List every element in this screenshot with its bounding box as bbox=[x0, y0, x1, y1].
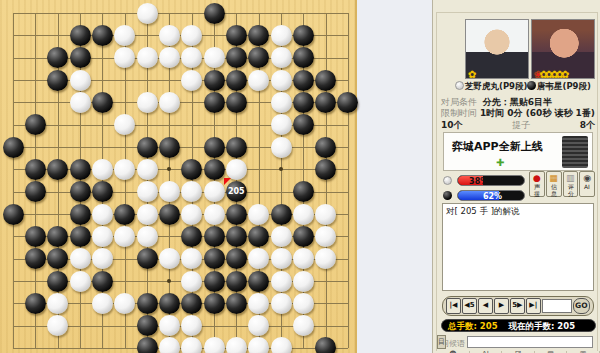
black-stone bbox=[293, 114, 314, 135]
black-stone bbox=[181, 293, 202, 314]
flower-gift-icons: ✿ bbox=[468, 69, 473, 80]
commentary-text: 对[ 205 手 ]的解说 bbox=[446, 206, 519, 216]
black-stone bbox=[159, 293, 180, 314]
black-stone bbox=[25, 181, 46, 202]
black-stone bbox=[137, 337, 158, 353]
grid-line bbox=[13, 13, 14, 348]
black-stone bbox=[248, 47, 269, 68]
black-stone bbox=[226, 137, 247, 158]
black-stone bbox=[92, 25, 113, 46]
white-stone bbox=[181, 248, 202, 269]
white-stone bbox=[293, 248, 314, 269]
white-stone bbox=[181, 337, 202, 353]
black-stone bbox=[226, 204, 247, 225]
black-stone bbox=[315, 337, 336, 353]
white-stone bbox=[271, 137, 292, 158]
black-stone bbox=[181, 159, 202, 180]
black-stone bbox=[293, 181, 314, 202]
go-board[interactable]: 205 bbox=[0, 0, 357, 353]
black-stone bbox=[248, 226, 269, 247]
captured-stones-row: 10个 提子 8个 bbox=[441, 119, 595, 132]
move-navigation-bar: |◀◀5◀▶5▶▶|GO bbox=[442, 296, 594, 316]
black-stone bbox=[315, 70, 336, 91]
white-stone bbox=[159, 248, 180, 269]
white-stone bbox=[181, 70, 202, 91]
winrate-bars: 38% 62% bbox=[443, 174, 529, 204]
board-area: 205 bbox=[0, 0, 432, 353]
nav-5▶[interactable]: 5▶ bbox=[510, 298, 525, 314]
go-button[interactable]: GO bbox=[573, 298, 590, 314]
white-stone bbox=[204, 47, 225, 68]
white-stone bbox=[204, 204, 225, 225]
black-stone bbox=[70, 25, 91, 46]
white-stone bbox=[271, 70, 292, 91]
white-stone bbox=[159, 92, 180, 113]
move-number-label: 205 bbox=[226, 181, 247, 202]
player-names: 芝野虎丸(P9段) 唐韦星(P9段) bbox=[443, 81, 593, 93]
android-icon[interactable]: ✚ bbox=[496, 157, 504, 168]
white-stone bbox=[181, 47, 202, 68]
black-stone bbox=[248, 271, 269, 292]
greeting-row: 问候语 bbox=[441, 336, 595, 349]
black-stone bbox=[70, 47, 91, 68]
white-stone bbox=[137, 92, 158, 113]
banner-text: 弈城APP全新上线 bbox=[452, 139, 543, 154]
app-ad-banner[interactable]: 弈城APP全新上线 ✚ bbox=[443, 132, 593, 171]
nav-▶[interactable]: ▶ bbox=[494, 298, 509, 314]
black-stone bbox=[204, 226, 225, 247]
panel-frame: ✿ ❀✿✿✿✿✿ 芝野虎丸(P9段) 唐韦星(P9段) 对局条件 分先：黑贴6目… bbox=[436, 12, 598, 351]
white-stone bbox=[271, 92, 292, 113]
white-stone bbox=[47, 315, 68, 336]
black-stone bbox=[293, 226, 314, 247]
black-stone bbox=[25, 293, 46, 314]
black-stone bbox=[226, 271, 247, 292]
white-stone bbox=[293, 293, 314, 314]
app-window: 205 ✿ ❀✿✿✿✿✿ 芝野虎丸(P9段) 唐韦星(P9段) bbox=[0, 0, 600, 353]
black-stone bbox=[70, 226, 91, 247]
commentary-box[interactable]: 对[ 205 手 ]的解说 bbox=[442, 203, 594, 291]
black-stone bbox=[204, 92, 225, 113]
black-stone bbox=[70, 204, 91, 225]
button-信息[interactable]: ▦信息 bbox=[546, 171, 562, 197]
store-icons: ✚ bbox=[496, 157, 504, 168]
black-stone bbox=[204, 271, 225, 292]
black-captures: 8个 bbox=[580, 119, 595, 132]
black-stone bbox=[92, 271, 113, 292]
phone-qr-icon bbox=[562, 136, 588, 168]
white-stone bbox=[271, 47, 292, 68]
white-stone bbox=[159, 315, 180, 336]
nav-▶|[interactable]: ▶| bbox=[526, 298, 541, 314]
black-stone bbox=[137, 315, 158, 336]
move-counter-bar: 总手数: 205 现在的手数: 205 bbox=[441, 319, 596, 332]
action-buttons: ●声援▦信息▥评分◉AI bbox=[529, 171, 595, 197]
black-stone bbox=[204, 159, 225, 180]
black-stone bbox=[204, 293, 225, 314]
white-stone-icon bbox=[455, 81, 464, 90]
black-stone bbox=[70, 181, 91, 202]
black-stone bbox=[226, 47, 247, 68]
white-stone bbox=[137, 3, 158, 24]
white-stone bbox=[114, 25, 135, 46]
white-stone bbox=[271, 293, 292, 314]
white-stone bbox=[92, 248, 113, 269]
black-stone bbox=[226, 70, 247, 91]
black-stone bbox=[204, 137, 225, 158]
black-stone-icon bbox=[443, 191, 452, 200]
black-stone bbox=[47, 226, 68, 247]
white-stone bbox=[70, 271, 91, 292]
white-captures: 10个 bbox=[441, 119, 463, 132]
black-stone bbox=[47, 248, 68, 269]
black-stone bbox=[92, 92, 113, 113]
black-stone bbox=[92, 181, 113, 202]
white-stone bbox=[181, 271, 202, 292]
white-stone bbox=[114, 47, 135, 68]
grid-line bbox=[326, 13, 327, 348]
black-stone bbox=[25, 114, 46, 135]
player-photos: ✿ ❀✿✿✿✿✿ bbox=[443, 19, 591, 79]
black-stone bbox=[293, 25, 314, 46]
white-stone bbox=[271, 226, 292, 247]
black-stone bbox=[293, 47, 314, 68]
black-stone bbox=[159, 204, 180, 225]
white-stone bbox=[248, 204, 269, 225]
grid-line bbox=[13, 13, 348, 14]
white-stone bbox=[159, 47, 180, 68]
white-stone bbox=[137, 204, 158, 225]
white-stone bbox=[137, 47, 158, 68]
black-stone bbox=[315, 137, 336, 158]
信息-icon: ▦ bbox=[547, 173, 561, 183]
white-stone bbox=[248, 337, 269, 353]
black-player-name: 唐韦星(P9段) bbox=[527, 81, 591, 93]
black-stone bbox=[25, 248, 46, 269]
flower-gift-icons: ❀✿✿✿✿✿ bbox=[534, 69, 566, 80]
white-player-photo: ✿ bbox=[465, 19, 529, 79]
white-stone bbox=[114, 114, 135, 135]
white-stone bbox=[248, 70, 269, 91]
white-stone bbox=[70, 248, 91, 269]
white-stone bbox=[271, 114, 292, 135]
white-stone bbox=[226, 159, 247, 180]
star-point bbox=[167, 279, 171, 283]
white-stone bbox=[248, 293, 269, 314]
black-stone bbox=[25, 226, 46, 247]
white-stone bbox=[226, 337, 247, 353]
评分-icon: ▥ bbox=[564, 173, 578, 183]
white-stone bbox=[204, 337, 225, 353]
white-stone bbox=[315, 204, 336, 225]
black-stone bbox=[159, 137, 180, 158]
black-stone bbox=[226, 226, 247, 247]
grid-line bbox=[13, 147, 348, 148]
white-stone-icon bbox=[443, 176, 452, 185]
current-move: 现在的手数: 205 bbox=[508, 321, 575, 331]
white-stone bbox=[181, 181, 202, 202]
captures-label: 提子 bbox=[512, 119, 530, 132]
white-stone bbox=[181, 204, 202, 225]
white-stone bbox=[248, 248, 269, 269]
black-stone bbox=[315, 159, 336, 180]
black-stone bbox=[3, 137, 24, 158]
white-stone bbox=[293, 271, 314, 292]
white-stone bbox=[159, 181, 180, 202]
black-stone bbox=[137, 137, 158, 158]
side-panel: ✿ ❀✿✿✿✿✿ 芝野虎丸(P9段) 唐韦星(P9段) 对局条件 分先：黑贴6目… bbox=[432, 0, 600, 353]
white-stone bbox=[204, 181, 225, 202]
white-stone bbox=[248, 315, 269, 336]
black-stone bbox=[204, 248, 225, 269]
white-stone bbox=[137, 226, 158, 247]
white-winrate-bar: 38% bbox=[443, 174, 529, 187]
black-stone bbox=[226, 293, 247, 314]
black-stone bbox=[226, 25, 247, 46]
white-stone bbox=[137, 159, 158, 180]
black-stone bbox=[47, 271, 68, 292]
white-stone bbox=[92, 226, 113, 247]
black-stone bbox=[137, 293, 158, 314]
white-stone bbox=[181, 25, 202, 46]
white-stone bbox=[271, 25, 292, 46]
white-stone bbox=[159, 25, 180, 46]
white-stone bbox=[293, 204, 314, 225]
white-stone bbox=[70, 70, 91, 91]
black-stone bbox=[271, 204, 292, 225]
black-stone bbox=[70, 159, 91, 180]
white-stone bbox=[92, 204, 113, 225]
white-player-name: 芝野虎丸(P9段) bbox=[455, 81, 527, 93]
collapse-tab[interactable]: 目 bbox=[437, 335, 446, 349]
black-stone bbox=[181, 226, 202, 247]
black-stone bbox=[114, 204, 135, 225]
nav-◀5[interactable]: ◀5 bbox=[462, 298, 477, 314]
white-stone bbox=[271, 271, 292, 292]
star-point bbox=[279, 167, 283, 171]
black-stone bbox=[204, 3, 225, 24]
black-stone bbox=[25, 159, 46, 180]
AI-icon: ◉ bbox=[580, 173, 594, 183]
black-player-photo: ❀✿✿✿✿✿ bbox=[531, 19, 595, 79]
black-stone bbox=[47, 159, 68, 180]
white-stone bbox=[92, 293, 113, 314]
声援-icon: ● bbox=[530, 173, 544, 183]
white-stone bbox=[293, 315, 314, 336]
white-stone bbox=[114, 159, 135, 180]
black-stone bbox=[315, 92, 336, 113]
black-stone-icon bbox=[527, 81, 536, 90]
black-stone bbox=[293, 70, 314, 91]
button-声援[interactable]: ●声援 bbox=[529, 171, 545, 197]
white-stone bbox=[315, 226, 336, 247]
black-stone bbox=[47, 47, 68, 68]
move-number-input[interactable] bbox=[542, 299, 572, 313]
white-stone bbox=[92, 159, 113, 180]
black-stone bbox=[337, 92, 358, 113]
black-stone bbox=[47, 70, 68, 91]
white-stone bbox=[181, 315, 202, 336]
button-AI[interactable]: ◉AI bbox=[579, 171, 595, 197]
black-stone bbox=[204, 70, 225, 91]
black-stone bbox=[226, 92, 247, 113]
white-stone bbox=[70, 92, 91, 113]
white-stone bbox=[114, 293, 135, 314]
black-stone bbox=[248, 25, 269, 46]
total-moves: 总手数: 205 bbox=[448, 321, 498, 331]
white-stone bbox=[114, 226, 135, 247]
grid-line bbox=[348, 13, 349, 348]
white-stone bbox=[159, 337, 180, 353]
white-stone bbox=[47, 293, 68, 314]
nav-|◀[interactable]: |◀ bbox=[446, 298, 461, 314]
black-stone bbox=[226, 248, 247, 269]
black-stone bbox=[293, 92, 314, 113]
greeting-input[interactable] bbox=[467, 336, 593, 348]
white-stone bbox=[271, 248, 292, 269]
button-评分[interactable]: ▥评分 bbox=[563, 171, 579, 197]
black-stone bbox=[137, 248, 158, 269]
black-winrate-bar: 62% bbox=[443, 189, 529, 202]
white-stone bbox=[137, 181, 158, 202]
game-conditions: 对局条件 分先：黑贴6目半 限制时间 1时间 0分 (60秒 读秒 1番) bbox=[441, 97, 595, 119]
white-stone bbox=[315, 248, 336, 269]
black-stone bbox=[3, 204, 24, 225]
star-point bbox=[167, 167, 171, 171]
nav-◀[interactable]: ◀ bbox=[478, 298, 493, 314]
white-stone bbox=[271, 337, 292, 353]
